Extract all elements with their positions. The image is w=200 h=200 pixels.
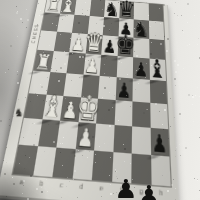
file-label-c: c: [49, 177, 72, 200]
file-label-d: d: [70, 179, 92, 200]
grain-speck: [181, 15, 182, 16]
grain-speck: [17, 71, 18, 72]
grain-speck: [192, 96, 194, 98]
grain-speck: [16, 12, 18, 14]
grain-speck: [193, 121, 194, 122]
grain-speck: [192, 104, 193, 105]
grain-speck: [174, 60, 176, 62]
grain-speck: [199, 137, 200, 138]
grain-speck: [174, 13, 175, 14]
piece-wR-a5[interactable]: ♜: [33, 51, 53, 74]
grain-speck: [192, 95, 193, 96]
grain-speck: [22, 22, 23, 23]
piece-wK-d3[interactable]: ♚: [75, 91, 101, 126]
grain-speck: [197, 44, 198, 45]
captured-piece-bP-1[interactable]: ♟: [137, 182, 160, 200]
captured-piece-bP-0[interactable]: ♟: [114, 176, 137, 200]
grain-speck: [26, 27, 27, 28]
grain-speck: [20, 18, 22, 20]
knight-logo-icon: ♞: [13, 106, 24, 118]
chess-board: CHESS ♞ ♟♟♝♟♚♟♜♟♟♝♟♛♟♚♟♞♜♝♞♛ abcdefgh: [0, 0, 179, 200]
grain-speck: [197, 87, 198, 88]
grain-speck: [185, 147, 187, 149]
grain-speck: [197, 180, 198, 181]
grain-speck: [26, 9, 27, 10]
grain-speck: [195, 95, 196, 96]
grain-speck: [194, 15, 195, 16]
grain-speck: [182, 30, 183, 31]
piece-bB-h5[interactable]: ♝: [148, 56, 167, 83]
grain-speck: [5, 72, 6, 73]
grain-speck: [8, 69, 9, 70]
piece-bP-g5[interactable]: ♟: [134, 60, 148, 80]
grain-speck: [194, 178, 195, 179]
grain-speck: [177, 64, 179, 66]
grain-speck: [187, 3, 189, 5]
grain-speck: [178, 17, 179, 18]
piece-bP-f4[interactable]: ♟: [116, 81, 131, 103]
photo-stage: CHESS ♞ ♟♟♝♟♚♟♜♟♟♝♟♛♟♚♟♞♜♝♞♛ abcdefgh ♟♟: [0, 0, 200, 200]
grain-speck: [198, 38, 199, 39]
grain-speck: [199, 190, 200, 191]
grain-speck: [174, 78, 176, 80]
file-label-e: e: [90, 180, 111, 200]
grain-speck: [16, 6, 17, 7]
grain-speck: [10, 45, 12, 47]
grain-speck: [174, 117, 175, 118]
grain-speck: [183, 68, 184, 69]
grain-speck: [9, 119, 10, 120]
grain-speck: [187, 45, 188, 46]
grain-speck: [179, 113, 181, 115]
grain-speck: [179, 144, 180, 145]
piece-bQ-f8[interactable]: ♛: [117, 0, 136, 21]
grain-speck: [199, 57, 200, 59]
piece-wB-b8[interactable]: ♝: [58, 0, 78, 16]
piece-bP-f7[interactable]: ♟: [119, 21, 133, 39]
piece-bP-h2[interactable]: ♟: [151, 132, 168, 158]
grain-speck: [175, 71, 177, 73]
grain-speck: [175, 2, 176, 3]
grain-speck: [17, 11, 18, 12]
grain-speck: [180, 155, 181, 156]
grain-speck: [183, 32, 184, 33]
piece-wP-d2[interactable]: ♟: [76, 126, 94, 152]
grain-speck: [27, 19, 29, 21]
grain-speck: [176, 147, 177, 148]
grain-speck: [177, 15, 178, 16]
grain-speck: [187, 22, 188, 23]
grain-speck: [188, 94, 190, 96]
grain-speck: [175, 85, 176, 86]
grain-speck: [0, 120, 2, 122]
grain-speck: [17, 82, 19, 84]
grain-speck: [17, 36, 18, 37]
grain-speck: [197, 179, 198, 180]
grain-speck: [17, 74, 18, 75]
grain-speck: [189, 44, 190, 45]
grain-speck: [199, 96, 200, 97]
